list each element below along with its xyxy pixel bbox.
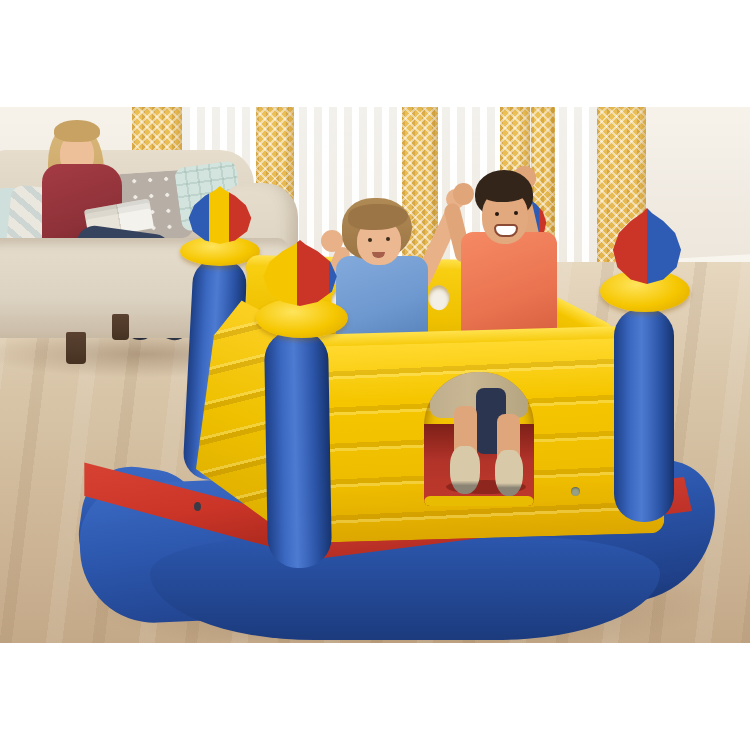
doorway-bottom-lip [424,496,534,506]
scene [0,107,750,643]
bottom-white-margin [0,643,750,750]
orange-boy-fist-left [453,183,474,205]
tower-front-left-column [264,329,332,568]
blue-boy-eye [386,237,390,241]
back-wall-hole [428,285,450,310]
doorway-arch [424,372,534,506]
base-valve-dot [194,502,201,511]
sofa-leg-left [66,332,86,364]
boy-sock-left [450,446,480,494]
boy-sock-right [495,450,523,496]
front-wall-valve-dot [571,487,580,496]
blue-boy-eye [368,238,372,242]
living-room-photo [0,107,750,643]
orange-boy-eye [495,212,499,216]
top-white-margin [0,0,750,107]
base-bulge [150,536,660,640]
blue-boy-fist [321,230,343,252]
tower-front-right-column [614,308,674,522]
orange-boy-eye [514,211,518,215]
orange-boy-grin [494,224,518,237]
woman-hair-fringe [54,120,100,142]
sofa-leg-mid [112,314,129,340]
window-sheer-4 [552,107,600,272]
